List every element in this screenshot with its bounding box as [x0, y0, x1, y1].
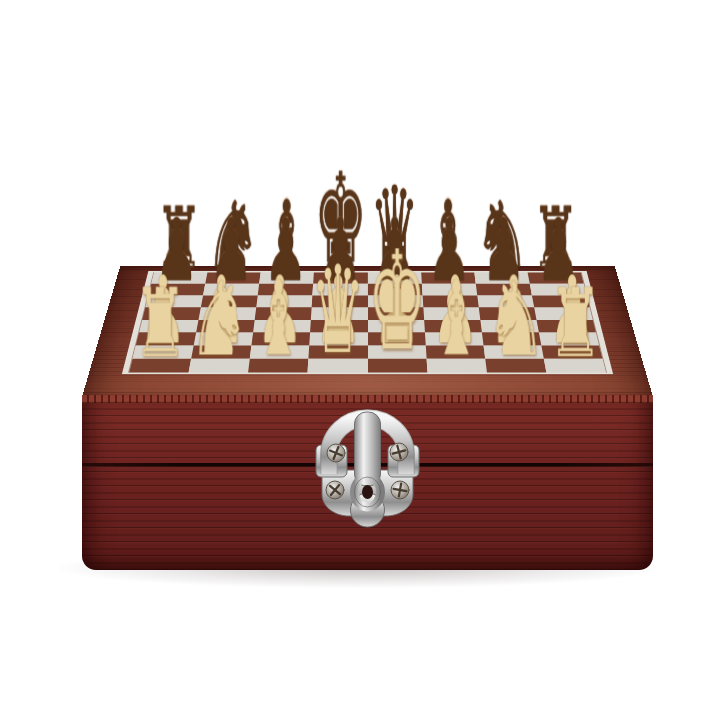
piece-white-queen-d1[interactable]: ♛: [311, 249, 365, 370]
square-a1[interactable]: ♜: [129, 359, 191, 373]
piece-white-knight-b1[interactable]: ♞: [188, 268, 250, 370]
piece-white-bishop-c1[interactable]: ♝: [255, 267, 301, 370]
square-f1[interactable]: ♝: [426, 359, 486, 373]
piece-white-rook-a1[interactable]: ♜: [132, 275, 186, 370]
square-e1[interactable]: ♚: [368, 359, 428, 373]
square-d1[interactable]: ♛: [308, 359, 368, 373]
latch-clasp-icon: [314, 400, 421, 538]
piece-white-king-e1[interactable]: ♚: [368, 233, 427, 370]
square-g1[interactable]: ♞: [485, 359, 546, 373]
latch-tongue: [355, 412, 381, 507]
piece-white-bishop-f1[interactable]: ♝: [433, 267, 479, 370]
box-lid-top: ♜♞♝♚♛♝♞♜♟♟♟♟♟♟♟♟♟♟♟♟♟♟♟♟♜♞♝♛♚♝♞♜: [82, 266, 653, 397]
piece-white-knight-g1[interactable]: ♞: [485, 268, 547, 370]
square-h1[interactable]: ♜: [544, 359, 606, 373]
square-c1[interactable]: ♝: [248, 359, 308, 373]
board-grid: ♜♞♝♚♛♝♞♜♟♟♟♟♟♟♟♟♟♟♟♟♟♟♟♟♜♞♝♛♚♝♞♜: [128, 272, 607, 373]
square-b1[interactable]: ♞: [189, 359, 250, 373]
piece-white-rook-h1[interactable]: ♜: [548, 275, 602, 370]
product-photo: ♜♞♝♚♛♝♞♜♟♟♟♟♟♟♟♟♟♟♟♟♟♟♟♟♜♞♝♛♚♝♞♜: [0, 0, 720, 720]
chess-board: ♜♞♝♚♛♝♞♜♟♟♟♟♟♟♟♟♟♟♟♟♟♟♟♟♜♞♝♛♚♝♞♜: [122, 271, 613, 374]
